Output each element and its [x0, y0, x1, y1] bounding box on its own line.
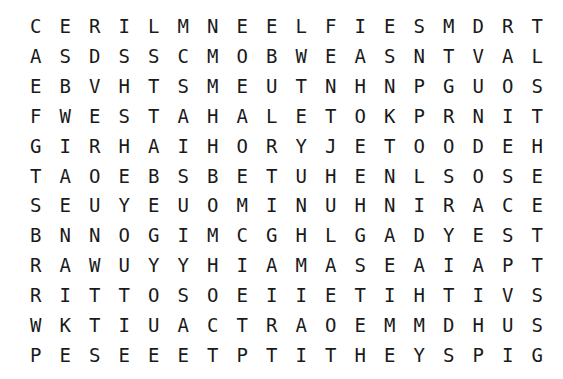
grid-cell[interactable]: S: [110, 42, 140, 72]
grid-cell[interactable]: T: [523, 12, 553, 42]
grid-cell[interactable]: H: [346, 191, 376, 221]
word-search-grid: CERILMNEELFIESMDRTASDSSCMOBWEASNTVALEBVH…: [21, 12, 552, 370]
grid-cell[interactable]: B: [21, 221, 51, 251]
grid-cell[interactable]: E: [257, 12, 287, 42]
grid-cell[interactable]: O: [110, 221, 140, 251]
grid-cell[interactable]: M: [198, 72, 228, 102]
grid-cell[interactable]: T: [228, 310, 258, 340]
grid-cell[interactable]: T: [316, 102, 346, 132]
grid-cell[interactable]: Y: [434, 221, 464, 251]
grid-cell[interactable]: L: [405, 161, 435, 191]
grid-cell[interactable]: U: [287, 161, 317, 191]
grid-cell[interactable]: S: [434, 340, 464, 370]
grid-cell[interactable]: D: [464, 131, 494, 161]
grid-cell[interactable]: O: [228, 42, 258, 72]
grid-cell[interactable]: M: [169, 12, 199, 42]
grid-cell[interactable]: S: [375, 42, 405, 72]
grid-cell[interactable]: E: [139, 340, 169, 370]
grid-cell[interactable]: O: [405, 131, 435, 161]
grid-cell[interactable]: O: [228, 131, 258, 161]
grid-cell[interactable]: V: [493, 281, 523, 311]
grid-cell[interactable]: Y: [139, 251, 169, 281]
grid-cell[interactable]: T: [316, 340, 346, 370]
grid-cell[interactable]: N: [198, 12, 228, 42]
grid-cell[interactable]: A: [316, 251, 346, 281]
grid-cell[interactable]: I: [434, 251, 464, 281]
grid-cell[interactable]: E: [346, 131, 376, 161]
grid-cell[interactable]: E: [346, 310, 376, 340]
grid-cell[interactable]: H: [287, 221, 317, 251]
grid-cell[interactable]: V: [80, 72, 110, 102]
grid-cell[interactable]: P: [405, 102, 435, 132]
grid-cell[interactable]: T: [523, 251, 553, 281]
grid-cell[interactable]: A: [464, 251, 494, 281]
grid-cell[interactable]: H: [198, 102, 228, 132]
grid-cell[interactable]: E: [375, 12, 405, 42]
grid-cell[interactable]: I: [169, 221, 199, 251]
grid-cell[interactable]: T: [346, 281, 376, 311]
grid-cell[interactable]: A: [346, 42, 376, 72]
grid-cell[interactable]: E: [228, 72, 258, 102]
grid-cell[interactable]: E: [316, 281, 346, 311]
grid-cell[interactable]: B: [198, 161, 228, 191]
grid-cell[interactable]: I: [464, 281, 494, 311]
grid-cell[interactable]: D: [434, 310, 464, 340]
grid-cell[interactable]: G: [434, 72, 464, 102]
grid-cell[interactable]: R: [257, 131, 287, 161]
grid-cell[interactable]: N: [375, 72, 405, 102]
grid-cell[interactable]: E: [346, 161, 376, 191]
grid-cell[interactable]: H: [316, 161, 346, 191]
grid-cell[interactable]: S: [523, 281, 553, 311]
grid-cell[interactable]: R: [434, 191, 464, 221]
grid-cell[interactable]: G: [523, 340, 553, 370]
grid-cell[interactable]: M: [434, 12, 464, 42]
grid-cell[interactable]: A: [139, 131, 169, 161]
grid-cell[interactable]: T: [434, 42, 464, 72]
grid-cell[interactable]: T: [21, 161, 51, 191]
grid-cell[interactable]: S: [405, 12, 435, 42]
grid-cell[interactable]: E: [139, 191, 169, 221]
grid-cell[interactable]: A: [464, 191, 494, 221]
grid-cell[interactable]: N: [80, 221, 110, 251]
grid-cell[interactable]: T: [80, 281, 110, 311]
grid-cell[interactable]: T: [257, 340, 287, 370]
grid-cell[interactable]: H: [346, 72, 376, 102]
grid-cell[interactable]: E: [493, 131, 523, 161]
grid-cell[interactable]: H: [405, 281, 435, 311]
grid-cell[interactable]: I: [257, 191, 287, 221]
grid-cell[interactable]: S: [110, 102, 140, 132]
grid-cell[interactable]: R: [80, 12, 110, 42]
grid-cell[interactable]: E: [523, 191, 553, 221]
grid-cell[interactable]: A: [51, 161, 81, 191]
grid-cell[interactable]: S: [493, 161, 523, 191]
grid-cell[interactable]: I: [287, 340, 317, 370]
grid-cell[interactable]: N: [287, 191, 317, 221]
grid-cell[interactable]: V: [464, 42, 494, 72]
grid-cell[interactable]: I: [110, 310, 140, 340]
grid-cell[interactable]: P: [405, 72, 435, 102]
grid-cell[interactable]: W: [51, 102, 81, 132]
grid-cell[interactable]: U: [464, 72, 494, 102]
grid-cell[interactable]: H: [198, 131, 228, 161]
grid-cell[interactable]: E: [228, 281, 258, 311]
grid-cell[interactable]: E: [51, 340, 81, 370]
grid-cell[interactable]: E: [228, 12, 258, 42]
grid-cell[interactable]: M: [198, 221, 228, 251]
grid-cell[interactable]: W: [287, 42, 317, 72]
grid-cell[interactable]: S: [493, 221, 523, 251]
grid-cell[interactable]: L: [316, 221, 346, 251]
grid-cell[interactable]: S: [169, 72, 199, 102]
grid-cell[interactable]: T: [257, 161, 287, 191]
grid-cell[interactable]: O: [139, 281, 169, 311]
grid-cell[interactable]: H: [110, 72, 140, 102]
grid-cell[interactable]: C: [228, 221, 258, 251]
grid-cell[interactable]: E: [110, 340, 140, 370]
grid-cell[interactable]: N: [464, 102, 494, 132]
grid-cell[interactable]: N: [316, 72, 346, 102]
grid-cell[interactable]: S: [523, 310, 553, 340]
grid-cell[interactable]: U: [110, 251, 140, 281]
grid-cell[interactable]: S: [51, 42, 81, 72]
grid-cell[interactable]: E: [375, 251, 405, 281]
grid-cell[interactable]: M: [228, 191, 258, 221]
grid-cell[interactable]: H: [523, 131, 553, 161]
grid-cell[interactable]: C: [169, 42, 199, 72]
grid-cell[interactable]: P: [493, 251, 523, 281]
grid-cell[interactable]: R: [21, 281, 51, 311]
grid-cell[interactable]: U: [493, 310, 523, 340]
grid-cell[interactable]: A: [375, 221, 405, 251]
grid-cell[interactable]: C: [493, 191, 523, 221]
grid-cell[interactable]: U: [80, 191, 110, 221]
grid-cell[interactable]: F: [316, 12, 346, 42]
grid-cell[interactable]: O: [198, 191, 228, 221]
grid-cell[interactable]: A: [51, 251, 81, 281]
grid-cell[interactable]: R: [80, 131, 110, 161]
grid-cell[interactable]: M: [198, 42, 228, 72]
grid-cell[interactable]: U: [169, 191, 199, 221]
grid-cell[interactable]: P: [228, 340, 258, 370]
grid-cell[interactable]: E: [523, 161, 553, 191]
grid-cell[interactable]: T: [287, 72, 317, 102]
grid-cell[interactable]: A: [21, 42, 51, 72]
grid-cell[interactable]: S: [169, 161, 199, 191]
grid-cell[interactable]: R: [434, 102, 464, 132]
grid-cell[interactable]: E: [21, 72, 51, 102]
grid-cell[interactable]: Y: [110, 191, 140, 221]
grid-cell[interactable]: D: [464, 12, 494, 42]
grid-cell[interactable]: S: [21, 191, 51, 221]
grid-cell[interactable]: E: [51, 12, 81, 42]
grid-cell[interactable]: G: [346, 221, 376, 251]
grid-cell[interactable]: M: [405, 310, 435, 340]
grid-cell[interactable]: B: [257, 42, 287, 72]
grid-cell[interactable]: S: [434, 161, 464, 191]
grid-cell[interactable]: H: [198, 251, 228, 281]
grid-cell[interactable]: M: [375, 310, 405, 340]
grid-cell[interactable]: B: [139, 161, 169, 191]
grid-cell[interactable]: R: [493, 12, 523, 42]
grid-cell[interactable]: I: [228, 251, 258, 281]
grid-cell[interactable]: G: [21, 131, 51, 161]
grid-cell[interactable]: O: [464, 161, 494, 191]
grid-cell[interactable]: O: [493, 72, 523, 102]
grid-cell[interactable]: I: [493, 340, 523, 370]
grid-cell[interactable]: I: [375, 281, 405, 311]
grid-cell[interactable]: H: [346, 340, 376, 370]
grid-cell[interactable]: S: [139, 42, 169, 72]
grid-cell[interactable]: K: [375, 102, 405, 132]
grid-cell[interactable]: D: [80, 42, 110, 72]
grid-cell[interactable]: T: [523, 221, 553, 251]
grid-cell[interactable]: T: [80, 310, 110, 340]
grid-cell[interactable]: E: [316, 42, 346, 72]
grid-cell[interactable]: N: [375, 161, 405, 191]
grid-cell[interactable]: T: [523, 102, 553, 132]
grid-cell[interactable]: I: [346, 12, 376, 42]
grid-cell[interactable]: O: [198, 281, 228, 311]
grid-cell[interactable]: N: [375, 191, 405, 221]
grid-cell[interactable]: C: [198, 310, 228, 340]
grid-cell[interactable]: A: [405, 251, 435, 281]
grid-cell[interactable]: E: [287, 102, 317, 132]
grid-cell[interactable]: P: [464, 340, 494, 370]
grid-cell[interactable]: P: [21, 340, 51, 370]
grid-cell[interactable]: L: [257, 102, 287, 132]
grid-cell[interactable]: T: [434, 281, 464, 311]
grid-cell[interactable]: T: [110, 281, 140, 311]
grid-cell[interactable]: E: [80, 102, 110, 132]
grid-cell[interactable]: T: [375, 131, 405, 161]
grid-cell[interactable]: F: [21, 102, 51, 132]
grid-cell[interactable]: N: [51, 221, 81, 251]
grid-cell[interactable]: L: [139, 12, 169, 42]
grid-cell[interactable]: S: [523, 72, 553, 102]
grid-cell[interactable]: A: [169, 102, 199, 132]
grid-cell[interactable]: A: [287, 310, 317, 340]
grid-cell[interactable]: U: [316, 191, 346, 221]
grid-cell[interactable]: I: [257, 281, 287, 311]
grid-cell[interactable]: A: [257, 251, 287, 281]
grid-cell[interactable]: I: [51, 131, 81, 161]
grid-cell[interactable]: O: [346, 102, 376, 132]
grid-cell[interactable]: G: [139, 221, 169, 251]
grid-cell[interactable]: D: [405, 221, 435, 251]
grid-cell[interactable]: U: [257, 72, 287, 102]
grid-cell[interactable]: J: [316, 131, 346, 161]
grid-cell[interactable]: O: [80, 161, 110, 191]
grid-cell[interactable]: T: [198, 340, 228, 370]
grid-cell[interactable]: Y: [169, 251, 199, 281]
grid-cell[interactable]: A: [493, 42, 523, 72]
grid-cell[interactable]: Y: [287, 131, 317, 161]
grid-cell[interactable]: I: [405, 191, 435, 221]
grid-cell[interactable]: I: [287, 281, 317, 311]
grid-cell[interactable]: I: [493, 102, 523, 132]
grid-cell[interactable]: E: [110, 161, 140, 191]
grid-cell[interactable]: C: [21, 12, 51, 42]
grid-cell[interactable]: S: [169, 281, 199, 311]
grid-cell[interactable]: Y: [405, 340, 435, 370]
grid-cell[interactable]: N: [405, 42, 435, 72]
grid-cell[interactable]: S: [80, 340, 110, 370]
grid-cell[interactable]: O: [316, 310, 346, 340]
grid-cell[interactable]: A: [169, 310, 199, 340]
grid-cell[interactable]: H: [110, 131, 140, 161]
grid-cell[interactable]: S: [346, 251, 376, 281]
grid-cell[interactable]: E: [169, 340, 199, 370]
grid-cell[interactable]: E: [375, 340, 405, 370]
grid-cell[interactable]: H: [464, 310, 494, 340]
grid-cell[interactable]: T: [139, 72, 169, 102]
grid-cell[interactable]: L: [287, 12, 317, 42]
grid-cell[interactable]: K: [51, 310, 81, 340]
grid-cell[interactable]: A: [228, 102, 258, 132]
grid-cell[interactable]: I: [51, 281, 81, 311]
grid-cell[interactable]: W: [80, 251, 110, 281]
grid-cell[interactable]: U: [139, 310, 169, 340]
grid-cell[interactable]: G: [257, 221, 287, 251]
grid-cell[interactable]: I: [169, 131, 199, 161]
grid-cell[interactable]: M: [287, 251, 317, 281]
grid-cell[interactable]: W: [21, 310, 51, 340]
grid-cell[interactable]: R: [21, 251, 51, 281]
grid-cell[interactable]: E: [51, 191, 81, 221]
grid-cell[interactable]: E: [464, 221, 494, 251]
grid-cell[interactable]: T: [139, 102, 169, 132]
grid-cell[interactable]: R: [257, 310, 287, 340]
grid-cell[interactable]: L: [523, 42, 553, 72]
grid-cell[interactable]: I: [110, 12, 140, 42]
grid-cell[interactable]: E: [228, 161, 258, 191]
grid-cell[interactable]: O: [434, 131, 464, 161]
grid-cell[interactable]: B: [51, 72, 81, 102]
